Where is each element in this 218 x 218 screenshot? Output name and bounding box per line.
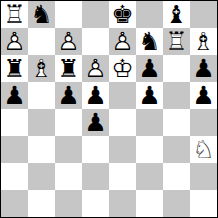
square-f6[interactable]: ♟ xyxy=(136,55,163,82)
square-f7[interactable]: ♞ xyxy=(136,28,163,55)
square-c6[interactable]: ♜ xyxy=(55,55,82,82)
square-d8[interactable] xyxy=(82,1,109,28)
square-d7[interactable] xyxy=(82,28,109,55)
square-b6[interactable]: ♝♗ xyxy=(28,55,55,82)
square-b3[interactable] xyxy=(28,136,55,163)
square-a2[interactable] xyxy=(1,163,28,190)
square-d4[interactable]: ♟ xyxy=(82,109,109,136)
square-c7[interactable]: ♟♙ xyxy=(55,28,82,55)
square-h3[interactable]: ♞♘ xyxy=(190,136,217,163)
square-a6[interactable]: ♜ xyxy=(1,55,28,82)
piece-outline: ♖ xyxy=(163,28,190,55)
square-e3[interactable] xyxy=(109,136,136,163)
white-rook-a8[interactable]: ♜♖ xyxy=(1,1,28,28)
square-e6[interactable]: ♚♔ xyxy=(109,55,136,82)
square-g8[interactable]: ♝ xyxy=(163,1,190,28)
square-a7[interactable]: ♟♙ xyxy=(1,28,28,55)
square-a5[interactable]: ♟ xyxy=(1,82,28,109)
square-g3[interactable] xyxy=(163,136,190,163)
black-king-e8[interactable]: ♚ xyxy=(109,1,136,28)
black-pawn-a5[interactable]: ♟ xyxy=(1,82,28,109)
square-h2[interactable] xyxy=(190,163,217,190)
white-bishop-b6[interactable]: ♝♗ xyxy=(28,55,55,82)
square-h1[interactable] xyxy=(190,190,217,217)
black-rook-a6[interactable]: ♜ xyxy=(1,55,28,82)
black-pawn-c5[interactable]: ♟ xyxy=(55,82,82,109)
black-pawn-d4[interactable]: ♟ xyxy=(82,109,109,136)
square-a3[interactable] xyxy=(1,136,28,163)
square-b8[interactable]: ♞ xyxy=(28,1,55,28)
square-d2[interactable] xyxy=(82,163,109,190)
piece-outline: ♙ xyxy=(1,28,28,55)
square-c5[interactable]: ♟ xyxy=(55,82,82,109)
square-d6[interactable]: ♟♙ xyxy=(82,55,109,82)
square-c8[interactable] xyxy=(55,1,82,28)
square-b7[interactable] xyxy=(28,28,55,55)
black-pawn-f6[interactable]: ♟ xyxy=(136,55,163,82)
square-e2[interactable] xyxy=(109,163,136,190)
square-c1[interactable] xyxy=(55,190,82,217)
square-a1[interactable] xyxy=(1,190,28,217)
white-pawn-e7[interactable]: ♟♙ xyxy=(109,28,136,55)
square-g2[interactable] xyxy=(163,163,190,190)
square-e1[interactable] xyxy=(109,190,136,217)
square-c4[interactable] xyxy=(55,109,82,136)
square-h5[interactable]: ♟ xyxy=(190,82,217,109)
square-h6[interactable]: ♟ xyxy=(190,55,217,82)
square-h7[interactable]: ♝♗ xyxy=(190,28,217,55)
black-pawn-d5[interactable]: ♟ xyxy=(82,82,109,109)
square-e8[interactable]: ♚ xyxy=(109,1,136,28)
square-b4[interactable] xyxy=(28,109,55,136)
square-g1[interactable] xyxy=(163,190,190,217)
square-g4[interactable] xyxy=(163,109,190,136)
piece-outline: ♘ xyxy=(190,136,217,163)
white-knight-h3[interactable]: ♞♘ xyxy=(190,136,217,163)
black-knight-f7[interactable]: ♞ xyxy=(136,28,163,55)
piece-outline: ♙ xyxy=(55,28,82,55)
white-bishop-h7[interactable]: ♝♗ xyxy=(190,28,217,55)
square-e4[interactable] xyxy=(109,109,136,136)
black-bishop-g8[interactable]: ♝ xyxy=(163,1,190,28)
square-h4[interactable] xyxy=(190,109,217,136)
black-rook-c6[interactable]: ♜ xyxy=(55,55,82,82)
square-f5[interactable]: ♟ xyxy=(136,82,163,109)
square-b1[interactable] xyxy=(28,190,55,217)
square-g7[interactable]: ♜♖ xyxy=(163,28,190,55)
piece-outline: ♗ xyxy=(28,55,55,82)
chess-board-frame: ♜♖♞♚♝♟♙♟♙♟♙♞♜♖♝♗♜♝♗♜♟♙♚♔♟♟♟♟♟♟♟♟♞♘ xyxy=(0,0,218,218)
piece-outline: ♔ xyxy=(109,55,136,82)
square-b2[interactable] xyxy=(28,163,55,190)
white-pawn-c7[interactable]: ♟♙ xyxy=(55,28,82,55)
square-e7[interactable]: ♟♙ xyxy=(109,28,136,55)
square-f8[interactable] xyxy=(136,1,163,28)
square-a4[interactable] xyxy=(1,109,28,136)
square-g6[interactable] xyxy=(163,55,190,82)
black-pawn-h6[interactable]: ♟ xyxy=(190,55,217,82)
square-f4[interactable] xyxy=(136,109,163,136)
square-d3[interactable] xyxy=(82,136,109,163)
white-pawn-a7[interactable]: ♟♙ xyxy=(1,28,28,55)
square-d1[interactable] xyxy=(82,190,109,217)
piece-outline: ♙ xyxy=(109,28,136,55)
piece-outline: ♙ xyxy=(82,55,109,82)
square-a8[interactable]: ♜♖ xyxy=(1,1,28,28)
square-g5[interactable] xyxy=(163,82,190,109)
black-pawn-h5[interactable]: ♟ xyxy=(190,82,217,109)
square-d5[interactable]: ♟ xyxy=(82,82,109,109)
square-e5[interactable] xyxy=(109,82,136,109)
white-pawn-d6[interactable]: ♟♙ xyxy=(82,55,109,82)
square-f1[interactable] xyxy=(136,190,163,217)
black-knight-b8[interactable]: ♞ xyxy=(28,1,55,28)
chess-board: ♜♖♞♚♝♟♙♟♙♟♙♞♜♖♝♗♜♝♗♜♟♙♚♔♟♟♟♟♟♟♟♟♞♘ xyxy=(1,1,217,217)
square-h8[interactable] xyxy=(190,1,217,28)
white-rook-g7[interactable]: ♜♖ xyxy=(163,28,190,55)
piece-outline: ♖ xyxy=(1,1,28,28)
square-b5[interactable] xyxy=(28,82,55,109)
black-pawn-f5[interactable]: ♟ xyxy=(136,82,163,109)
square-f3[interactable] xyxy=(136,136,163,163)
square-c3[interactable] xyxy=(55,136,82,163)
square-c2[interactable] xyxy=(55,163,82,190)
square-f2[interactable] xyxy=(136,163,163,190)
piece-outline: ♗ xyxy=(190,28,217,55)
white-king-e6[interactable]: ♚♔ xyxy=(109,55,136,82)
